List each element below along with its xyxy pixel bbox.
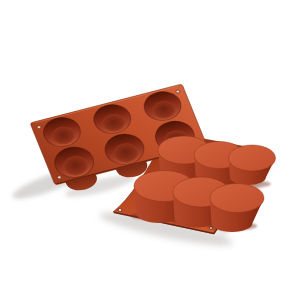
- muffin-mold-scene: [0, 0, 300, 300]
- cup-top: [229, 145, 276, 171]
- corner-hole: [118, 208, 121, 211]
- product-photo: [0, 0, 300, 300]
- cup-top: [210, 184, 264, 213]
